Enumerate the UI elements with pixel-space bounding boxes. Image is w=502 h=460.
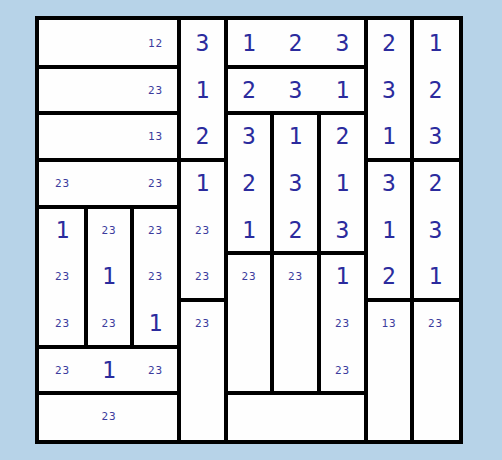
cell-r1c5[interactable]: 1 bbox=[226, 20, 272, 67]
cell-r7c6[interactable] bbox=[272, 300, 319, 347]
cell-r2c1[interactable] bbox=[39, 67, 86, 113]
cell-r9c5[interactable] bbox=[226, 393, 272, 440]
cell-r3c7[interactable]: 2 bbox=[319, 113, 366, 160]
placed-digit: 2 bbox=[196, 125, 210, 148]
cell-r5c1[interactable]: 1 bbox=[39, 207, 86, 253]
cell-r4c2[interactable] bbox=[86, 160, 132, 207]
cell-r9c4[interactable] bbox=[179, 393, 226, 440]
candidate-marks: 23 bbox=[428, 318, 443, 329]
cell-r6c4[interactable]: 23 bbox=[179, 253, 226, 300]
cell-r8c6[interactable] bbox=[272, 347, 319, 393]
cell-r1c9[interactable]: 1 bbox=[412, 20, 459, 67]
cell-r8c7[interactable]: 23 bbox=[319, 347, 366, 393]
cell-r8c4[interactable] bbox=[179, 347, 226, 393]
candidate-marks: 23 bbox=[55, 271, 70, 282]
candidate-marks: 23 bbox=[288, 271, 303, 282]
cell-r5c3[interactable]: 23 bbox=[132, 207, 179, 253]
cell-r6c2[interactable]: 1 bbox=[86, 253, 132, 300]
cell-r7c5[interactable] bbox=[226, 300, 272, 347]
cell-r2c9[interactable]: 2 bbox=[412, 67, 459, 113]
candidate-marks: 23 bbox=[101, 411, 116, 422]
puzzle-board: 1231232123123132132312132323123132123232… bbox=[35, 16, 463, 444]
puzzle-screen: 1231232123123132132312132323123132123232… bbox=[0, 0, 502, 460]
candidate-marks: 13 bbox=[381, 318, 396, 329]
cell-r4c6[interactable]: 3 bbox=[272, 160, 319, 207]
candidate-marks: 23 bbox=[55, 318, 70, 329]
placed-digit: 3 bbox=[382, 79, 396, 102]
cell-r4c3[interactable]: 23 bbox=[132, 160, 179, 207]
cell-r8c3[interactable]: 23 bbox=[132, 347, 179, 393]
cell-r3c8[interactable]: 1 bbox=[366, 113, 412, 160]
cell-r8c9[interactable] bbox=[412, 347, 459, 393]
placed-digit: 1 bbox=[102, 265, 116, 288]
cell-r4c1[interactable]: 23 bbox=[39, 160, 86, 207]
cell-r7c1[interactable]: 23 bbox=[39, 300, 86, 347]
cell-r6c7[interactable]: 1 bbox=[319, 253, 366, 300]
cell-r1c1[interactable] bbox=[39, 20, 86, 67]
cell-r1c3[interactable]: 12 bbox=[132, 20, 179, 67]
placed-digit: 1 bbox=[336, 265, 350, 288]
cell-r7c3[interactable]: 1 bbox=[132, 300, 179, 347]
candidate-marks: 23 bbox=[241, 271, 256, 282]
cell-r9c3[interactable] bbox=[132, 393, 179, 440]
placed-digit: 3 bbox=[429, 219, 443, 242]
cell-r7c9[interactable]: 23 bbox=[412, 300, 459, 347]
placed-digit: 2 bbox=[382, 32, 396, 55]
candidate-marks: 23 bbox=[195, 318, 210, 329]
cell-r5c4[interactable]: 23 bbox=[179, 207, 226, 253]
placed-digit: 2 bbox=[429, 79, 443, 102]
candidate-marks: 23 bbox=[195, 225, 210, 236]
candidate-marks: 23 bbox=[335, 365, 350, 376]
candidate-marks: 12 bbox=[148, 38, 163, 49]
candidate-marks: 23 bbox=[55, 365, 70, 376]
placed-digit: 3 bbox=[336, 219, 350, 242]
placed-digit: 1 bbox=[336, 172, 350, 195]
cell-r5c8[interactable]: 1 bbox=[366, 207, 412, 253]
candidate-marks: 23 bbox=[335, 318, 350, 329]
cell-r7c7[interactable]: 23 bbox=[319, 300, 366, 347]
cell-r6c3[interactable]: 23 bbox=[132, 253, 179, 300]
cell-r8c2[interactable]: 1 bbox=[86, 347, 132, 393]
cell-r4c7[interactable]: 1 bbox=[319, 160, 366, 207]
cell-r9c8[interactable] bbox=[366, 393, 412, 440]
placed-digit: 1 bbox=[149, 312, 163, 335]
placed-digit: 1 bbox=[56, 219, 70, 242]
cell-r1c8[interactable]: 2 bbox=[366, 20, 412, 67]
cell-r4c8[interactable]: 3 bbox=[366, 160, 412, 207]
cell-r8c1[interactable]: 23 bbox=[39, 347, 86, 393]
cell-r2c7[interactable]: 1 bbox=[319, 67, 366, 113]
placed-digit: 2 bbox=[242, 79, 256, 102]
cell-r8c8[interactable] bbox=[366, 347, 412, 393]
cell-r1c2[interactable] bbox=[86, 20, 132, 67]
cell-r9c1[interactable] bbox=[39, 393, 86, 440]
cell-r9c6[interactable] bbox=[272, 393, 319, 440]
cell-r9c9[interactable] bbox=[412, 393, 459, 440]
cell-r4c5[interactable]: 2 bbox=[226, 160, 272, 207]
placed-digit: 3 bbox=[382, 172, 396, 195]
cell-r2c6[interactable]: 3 bbox=[272, 67, 319, 113]
placed-digit: 1 bbox=[196, 172, 210, 195]
cell-r3c1[interactable] bbox=[39, 113, 86, 160]
cell-r9c7[interactable] bbox=[319, 393, 366, 440]
placed-digit: 2 bbox=[242, 172, 256, 195]
candidate-marks: 23 bbox=[148, 85, 163, 96]
cell-r5c2[interactable]: 23 bbox=[86, 207, 132, 253]
cell-r6c6[interactable]: 23 bbox=[272, 253, 319, 300]
placed-digit: 1 bbox=[242, 32, 256, 55]
candidate-marks: 23 bbox=[148, 178, 163, 189]
cell-r6c1[interactable]: 23 bbox=[39, 253, 86, 300]
cell-r2c8[interactable]: 3 bbox=[366, 67, 412, 113]
placed-digit: 1 bbox=[102, 359, 116, 382]
cell-r5c6[interactable]: 2 bbox=[272, 207, 319, 253]
cell-r3c6[interactable]: 1 bbox=[272, 113, 319, 160]
cell-r3c4[interactable]: 2 bbox=[179, 113, 226, 160]
placed-digit: 2 bbox=[289, 219, 303, 242]
candidate-marks: 23 bbox=[148, 271, 163, 282]
placed-digit: 1 bbox=[289, 125, 303, 148]
candidate-marks: 23 bbox=[195, 271, 210, 282]
placed-digit: 3 bbox=[429, 125, 443, 148]
cell-r2c2[interactable] bbox=[86, 67, 132, 113]
cell-r8c5[interactable] bbox=[226, 347, 272, 393]
placed-digit: 3 bbox=[289, 79, 303, 102]
cell-r1c7[interactable]: 3 bbox=[319, 20, 366, 67]
candidate-marks: 23 bbox=[148, 365, 163, 376]
cell-r6c5[interactable]: 23 bbox=[226, 253, 272, 300]
candidate-marks: 13 bbox=[148, 131, 163, 142]
placed-digit: 3 bbox=[242, 125, 256, 148]
candidate-marks: 23 bbox=[55, 178, 70, 189]
cell-r5c9[interactable]: 3 bbox=[412, 207, 459, 253]
cell-r6c8[interactable]: 2 bbox=[366, 253, 412, 300]
cell-r2c3[interactable]: 23 bbox=[132, 67, 179, 113]
cell-r5c7[interactable]: 3 bbox=[319, 207, 366, 253]
placed-digit: 1 bbox=[429, 32, 443, 55]
cell-r2c5[interactable]: 2 bbox=[226, 67, 272, 113]
cell-r6c9[interactable]: 1 bbox=[412, 253, 459, 300]
placed-digit: 1 bbox=[242, 219, 256, 242]
placed-digit: 2 bbox=[429, 172, 443, 195]
placed-digit: 2 bbox=[289, 32, 303, 55]
placed-digit: 1 bbox=[196, 79, 210, 102]
cell-r1c4[interactable]: 3 bbox=[179, 20, 226, 67]
placed-digit: 3 bbox=[336, 32, 350, 55]
placed-digit: 2 bbox=[336, 125, 350, 148]
cell-r3c5[interactable]: 3 bbox=[226, 113, 272, 160]
placed-digit: 1 bbox=[429, 265, 443, 288]
cell-r7c4[interactable]: 23 bbox=[179, 300, 226, 347]
placed-digit: 2 bbox=[382, 265, 396, 288]
cell-r3c9[interactable]: 3 bbox=[412, 113, 459, 160]
cell-r7c2[interactable]: 23 bbox=[86, 300, 132, 347]
cell-r4c4[interactable]: 1 bbox=[179, 160, 226, 207]
placed-digit: 3 bbox=[289, 172, 303, 195]
cell-r4c9[interactable]: 2 bbox=[412, 160, 459, 207]
cell-r3c3[interactable]: 13 bbox=[132, 113, 179, 160]
placed-digit: 3 bbox=[196, 32, 210, 55]
placed-digit: 1 bbox=[336, 79, 350, 102]
cell-r5c5[interactable]: 1 bbox=[226, 207, 272, 253]
cell-r3c2[interactable] bbox=[86, 113, 132, 160]
cell-r7c8[interactable]: 13 bbox=[366, 300, 412, 347]
placed-digit: 1 bbox=[382, 219, 396, 242]
candidate-marks: 23 bbox=[101, 225, 116, 236]
candidate-marks: 23 bbox=[101, 318, 116, 329]
cell-r2c4[interactable]: 1 bbox=[179, 67, 226, 113]
cell-r9c2[interactable]: 23 bbox=[86, 393, 132, 440]
candidate-marks: 23 bbox=[148, 225, 163, 236]
cell-r1c6[interactable]: 2 bbox=[272, 20, 319, 67]
placed-digit: 1 bbox=[382, 125, 396, 148]
